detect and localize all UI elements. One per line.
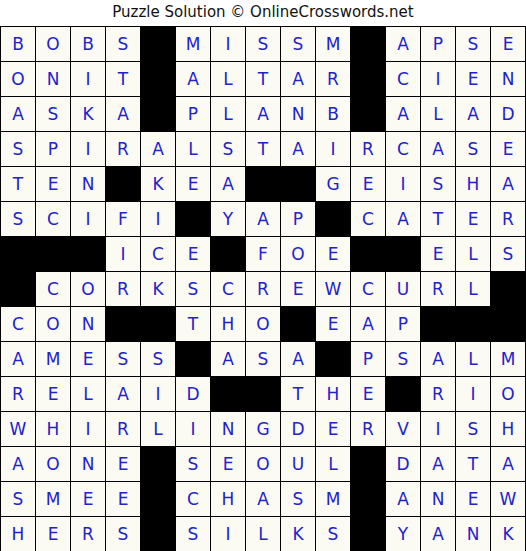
letter-cell-r12c8: G: [246, 412, 281, 447]
block-cell-r13c5: [141, 447, 176, 482]
letter-cell-r7c8: F: [246, 237, 281, 272]
letter-cell-r13c6: S: [176, 447, 211, 482]
block-cell-r9c9: [281, 307, 316, 342]
letter-cell-r9c10: E: [316, 307, 351, 342]
letter-cell-r10c7: A: [211, 342, 246, 377]
letter-cell-r13c8: O: [246, 447, 281, 482]
block-cell-r7c12: [386, 237, 421, 272]
letter-cell-r14c4: E: [106, 482, 141, 517]
letter-cell-r2c1: O: [1, 62, 36, 97]
letter-cell-r4c2: P: [36, 132, 71, 167]
letter-cell-r1c1: B: [1, 27, 36, 62]
puzzle-page: Puzzle Solution © OnlineCrosswords.net B…: [0, 0, 526, 551]
letter-cell-r7c15: S: [491, 237, 526, 272]
block-cell-r15c11: [351, 517, 386, 551]
letter-cell-r1c10: M: [316, 27, 351, 62]
letter-cell-r8c3: O: [71, 272, 106, 307]
letter-cell-r14c12: A: [386, 482, 421, 517]
letter-cell-r14c2: M: [36, 482, 71, 517]
letter-cell-r6c1: S: [1, 202, 36, 237]
letter-cell-r12c10: E: [316, 412, 351, 447]
letter-cell-r7c4: I: [106, 237, 141, 272]
letter-cell-r4c10: I: [316, 132, 351, 167]
letter-cell-r3c14: A: [456, 97, 491, 132]
letter-cell-r15c3: R: [71, 517, 106, 551]
letter-cell-r6c8: A: [246, 202, 281, 237]
letter-cell-r13c7: E: [211, 447, 246, 482]
letter-cell-r8c7: C: [211, 272, 246, 307]
letter-cell-r6c3: I: [71, 202, 106, 237]
letter-cell-r3c2: S: [36, 97, 71, 132]
letter-cell-r12c2: H: [36, 412, 71, 447]
letter-cell-r2c6: A: [176, 62, 211, 97]
block-cell-r11c8: [246, 377, 281, 412]
letter-cell-r13c13: A: [421, 447, 456, 482]
letter-cell-r2c4: T: [106, 62, 141, 97]
letter-cell-r1c14: S: [456, 27, 491, 62]
letter-cell-r14c8: A: [246, 482, 281, 517]
letter-cell-r8c11: C: [351, 272, 386, 307]
block-cell-r13c11: [351, 447, 386, 482]
letter-cell-r3c3: K: [71, 97, 106, 132]
letter-cell-r3c7: L: [211, 97, 246, 132]
letter-cell-r13c15: A: [491, 447, 526, 482]
letter-cell-r4c11: R: [351, 132, 386, 167]
letter-cell-r11c9: T: [281, 377, 316, 412]
letter-cell-r5c10: G: [316, 167, 351, 202]
letter-cell-r6c4: F: [106, 202, 141, 237]
block-cell-r6c6: [176, 202, 211, 237]
letter-cell-r11c10: H: [316, 377, 351, 412]
block-cell-r2c11: [351, 62, 386, 97]
letter-cell-r10c8: S: [246, 342, 281, 377]
crossword-grid: BOBSMISSMAPSEONITALTARCIENASKAPLANBALADS…: [0, 26, 526, 551]
letter-cell-r2c8: T: [246, 62, 281, 97]
letter-cell-r8c10: W: [316, 272, 351, 307]
letter-cell-r14c3: E: [71, 482, 106, 517]
letter-cell-r2c9: A: [281, 62, 316, 97]
letter-cell-r10c13: A: [421, 342, 456, 377]
block-cell-r5c8: [246, 167, 281, 202]
letter-cell-r12c14: S: [456, 412, 491, 447]
block-cell-r1c5: [141, 27, 176, 62]
letter-cell-r9c3: N: [71, 307, 106, 342]
letter-cell-r10c5: S: [141, 342, 176, 377]
letter-cell-r13c12: D: [386, 447, 421, 482]
letter-cell-r12c3: I: [71, 412, 106, 447]
letter-cell-r9c8: O: [246, 307, 281, 342]
letter-cell-r9c12: P: [386, 307, 421, 342]
letter-cell-r12c5: L: [141, 412, 176, 447]
letter-cell-r9c11: A: [351, 307, 386, 342]
letter-cell-r4c8: T: [246, 132, 281, 167]
block-cell-r9c15: [491, 307, 526, 342]
letter-cell-r8c13: R: [421, 272, 456, 307]
block-cell-r5c9: [281, 167, 316, 202]
letter-cell-r2c10: R: [316, 62, 351, 97]
letter-cell-r12c11: R: [351, 412, 386, 447]
letter-cell-r12c1: W: [1, 412, 36, 447]
letter-cell-r13c2: O: [36, 447, 71, 482]
block-cell-r3c11: [351, 97, 386, 132]
block-cell-r7c2: [36, 237, 71, 272]
letter-cell-r4c9: A: [281, 132, 316, 167]
letter-cell-r1c3: B: [71, 27, 106, 62]
letter-cell-r13c1: A: [1, 447, 36, 482]
letter-cell-r15c9: K: [281, 517, 316, 551]
letter-cell-r5c3: N: [71, 167, 106, 202]
letter-cell-r10c12: S: [386, 342, 421, 377]
letter-cell-r1c4: S: [106, 27, 141, 62]
letter-cell-r4c6: L: [176, 132, 211, 167]
letter-cell-r6c9: P: [281, 202, 316, 237]
letter-cell-r3c6: P: [176, 97, 211, 132]
letter-cell-r14c9: S: [281, 482, 316, 517]
letter-cell-r4c7: S: [211, 132, 246, 167]
block-cell-r6c10: [316, 202, 351, 237]
letter-cell-r1c9: S: [281, 27, 316, 62]
block-cell-r7c11: [351, 237, 386, 272]
letter-cell-r9c7: H: [211, 307, 246, 342]
letter-cell-r8c5: K: [141, 272, 176, 307]
letter-cell-r11c11: E: [351, 377, 386, 412]
block-cell-r9c13: [421, 307, 456, 342]
letter-cell-r10c11: P: [351, 342, 386, 377]
letter-cell-r5c1: T: [1, 167, 36, 202]
letter-cell-r8c9: E: [281, 272, 316, 307]
letter-cell-r6c5: I: [141, 202, 176, 237]
letter-cell-r2c7: L: [211, 62, 246, 97]
block-cell-r7c7: [211, 237, 246, 272]
letter-cell-r15c12: Y: [386, 517, 421, 551]
letter-cell-r8c2: C: [36, 272, 71, 307]
letter-cell-r2c13: I: [421, 62, 456, 97]
block-cell-r10c6: [176, 342, 211, 377]
letter-cell-r5c14: H: [456, 167, 491, 202]
letter-cell-r7c10: E: [316, 237, 351, 272]
block-cell-r7c1: [1, 237, 36, 272]
letter-cell-r6c12: A: [386, 202, 421, 237]
letter-cell-r11c6: D: [176, 377, 211, 412]
letter-cell-r13c3: N: [71, 447, 106, 482]
letter-cell-r1c12: A: [386, 27, 421, 62]
block-cell-r8c1: [1, 272, 36, 307]
letter-cell-r2c15: N: [491, 62, 526, 97]
letter-cell-r2c12: C: [386, 62, 421, 97]
letter-cell-r10c9: A: [281, 342, 316, 377]
letter-cell-r5c12: I: [386, 167, 421, 202]
letter-cell-r4c14: S: [456, 132, 491, 167]
letter-cell-r1c8: S: [246, 27, 281, 62]
letter-cell-r14c6: C: [176, 482, 211, 517]
letter-cell-r11c3: L: [71, 377, 106, 412]
letter-cell-r4c13: A: [421, 132, 456, 167]
letter-cell-r1c13: P: [421, 27, 456, 62]
letter-cell-r5c5: K: [141, 167, 176, 202]
letter-cell-r12c4: R: [106, 412, 141, 447]
block-cell-r10c10: [316, 342, 351, 377]
letter-cell-r3c10: B: [316, 97, 351, 132]
letter-cell-r11c15: O: [491, 377, 526, 412]
letter-cell-r7c9: O: [281, 237, 316, 272]
letter-cell-r13c14: T: [456, 447, 491, 482]
letter-cell-r13c10: L: [316, 447, 351, 482]
letter-cell-r1c2: O: [36, 27, 71, 62]
block-cell-r2c5: [141, 62, 176, 97]
letter-cell-r12c12: V: [386, 412, 421, 447]
letter-cell-r2c14: E: [456, 62, 491, 97]
block-cell-r14c5: [141, 482, 176, 517]
letter-cell-r13c4: E: [106, 447, 141, 482]
letter-cell-r15c1: H: [1, 517, 36, 551]
block-cell-r11c12: [386, 377, 421, 412]
letter-cell-r11c1: R: [1, 377, 36, 412]
letter-cell-r7c6: E: [176, 237, 211, 272]
letter-cell-r10c4: S: [106, 342, 141, 377]
block-cell-r11c7: [211, 377, 246, 412]
letter-cell-r4c3: I: [71, 132, 106, 167]
letter-cell-r15c8: L: [246, 517, 281, 551]
letter-cell-r15c6: S: [176, 517, 211, 551]
block-cell-r8c15: [491, 272, 526, 307]
letter-cell-r5c15: A: [491, 167, 526, 202]
letter-cell-r10c3: E: [71, 342, 106, 377]
letter-cell-r14c15: W: [491, 482, 526, 517]
letter-cell-r7c14: L: [456, 237, 491, 272]
letter-cell-r3c15: D: [491, 97, 526, 132]
letter-cell-r9c6: T: [176, 307, 211, 342]
letter-cell-r15c13: A: [421, 517, 456, 551]
letter-cell-r2c3: I: [71, 62, 106, 97]
letter-cell-r3c1: A: [1, 97, 36, 132]
letter-cell-r4c5: A: [141, 132, 176, 167]
letter-cell-r15c7: I: [211, 517, 246, 551]
letter-cell-r12c9: D: [281, 412, 316, 447]
letter-cell-r3c13: L: [421, 97, 456, 132]
letter-cell-r11c4: A: [106, 377, 141, 412]
letter-cell-r3c8: A: [246, 97, 281, 132]
block-cell-r5c4: [106, 167, 141, 202]
letter-cell-r10c1: A: [1, 342, 36, 377]
letter-cell-r8c4: R: [106, 272, 141, 307]
letter-cell-r9c2: O: [36, 307, 71, 342]
letter-cell-r14c14: E: [456, 482, 491, 517]
letter-cell-r5c2: E: [36, 167, 71, 202]
letter-cell-r4c4: R: [106, 132, 141, 167]
letter-cell-r12c6: I: [176, 412, 211, 447]
letter-cell-r5c6: E: [176, 167, 211, 202]
letter-cell-r11c2: E: [36, 377, 71, 412]
block-cell-r14c11: [351, 482, 386, 517]
letter-cell-r14c7: H: [211, 482, 246, 517]
letter-cell-r11c13: R: [421, 377, 456, 412]
letter-cell-r2c2: N: [36, 62, 71, 97]
letter-cell-r11c14: I: [456, 377, 491, 412]
letter-cell-r15c4: S: [106, 517, 141, 551]
block-cell-r3c5: [141, 97, 176, 132]
letter-cell-r3c12: A: [386, 97, 421, 132]
letter-cell-r4c1: S: [1, 132, 36, 167]
letter-cell-r12c7: N: [211, 412, 246, 447]
letter-cell-r15c15: K: [491, 517, 526, 551]
letter-cell-r14c10: M: [316, 482, 351, 517]
letter-cell-r11c5: I: [141, 377, 176, 412]
block-cell-r1c11: [351, 27, 386, 62]
letter-cell-r6c2: C: [36, 202, 71, 237]
letter-cell-r15c2: E: [36, 517, 71, 551]
letter-cell-r7c13: E: [421, 237, 456, 272]
letter-cell-r7c5: C: [141, 237, 176, 272]
letter-cell-r14c13: N: [421, 482, 456, 517]
letter-cell-r5c7: A: [211, 167, 246, 202]
letter-cell-r8c12: U: [386, 272, 421, 307]
letter-cell-r14c1: S: [1, 482, 36, 517]
letter-cell-r10c15: M: [491, 342, 526, 377]
letter-cell-r10c2: M: [36, 342, 71, 377]
letter-cell-r12c13: I: [421, 412, 456, 447]
letter-cell-r8c6: S: [176, 272, 211, 307]
letter-cell-r1c7: I: [211, 27, 246, 62]
letter-cell-r4c12: C: [386, 132, 421, 167]
letter-cell-r6c14: E: [456, 202, 491, 237]
letter-cell-r1c15: E: [491, 27, 526, 62]
letter-cell-r15c14: N: [456, 517, 491, 551]
block-cell-r7c3: [71, 237, 106, 272]
letter-cell-r3c9: N: [281, 97, 316, 132]
letter-cell-r10c14: L: [456, 342, 491, 377]
letter-cell-r5c13: S: [421, 167, 456, 202]
letter-cell-r4c15: E: [491, 132, 526, 167]
letter-cell-r12c15: H: [491, 412, 526, 447]
block-cell-r15c5: [141, 517, 176, 551]
letter-cell-r5c11: E: [351, 167, 386, 202]
page-title: Puzzle Solution © OnlineCrosswords.net: [0, 0, 526, 26]
block-cell-r9c14: [456, 307, 491, 342]
letter-cell-r13c9: U: [281, 447, 316, 482]
letter-cell-r1c6: M: [176, 27, 211, 62]
letter-cell-r15c10: S: [316, 517, 351, 551]
letter-cell-r9c1: C: [1, 307, 36, 342]
letter-cell-r8c8: R: [246, 272, 281, 307]
block-cell-r9c5: [141, 307, 176, 342]
letter-cell-r6c7: Y: [211, 202, 246, 237]
block-cell-r9c4: [106, 307, 141, 342]
letter-cell-r8c14: L: [456, 272, 491, 307]
letter-cell-r3c4: A: [106, 97, 141, 132]
letter-cell-r6c11: C: [351, 202, 386, 237]
letter-cell-r6c15: R: [491, 202, 526, 237]
letter-cell-r6c13: T: [421, 202, 456, 237]
